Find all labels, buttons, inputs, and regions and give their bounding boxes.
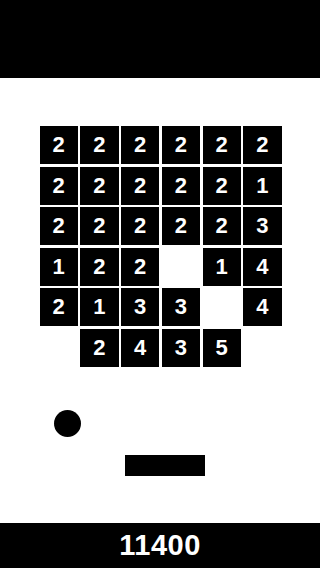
brick-cell: 2 xyxy=(80,207,118,245)
brick-cell: 2 xyxy=(121,167,159,205)
brick-cell: 2 xyxy=(40,207,78,245)
brick-cell: 3 xyxy=(162,288,200,326)
brick-cell: 4 xyxy=(243,288,281,326)
brick-cell: 2 xyxy=(40,288,78,326)
brick-cell: 4 xyxy=(243,248,281,286)
brick-cell: 2 xyxy=(80,248,118,286)
playfield[interactable]: 22222222222122222312214213342435 xyxy=(0,78,320,523)
brick-cell: 2 xyxy=(203,207,241,245)
empty-cell xyxy=(243,329,281,367)
brick-cell: 2 xyxy=(121,126,159,164)
brick-cell: 5 xyxy=(203,329,241,367)
brick-cell: 1 xyxy=(40,248,78,286)
game-screen: 22222222222122222312214213342435 11400 xyxy=(0,0,320,568)
brick-cell: 2 xyxy=(80,126,118,164)
brick-cell: 1 xyxy=(243,167,281,205)
score-text: 11400 xyxy=(119,529,201,562)
brick-cell: 1 xyxy=(80,288,118,326)
brick-cell: 3 xyxy=(162,329,200,367)
brick-cell: 2 xyxy=(203,126,241,164)
brick-cell: 2 xyxy=(40,167,78,205)
paddle[interactable] xyxy=(125,455,205,476)
brick-cell: 2 xyxy=(121,207,159,245)
brick-cell: 2 xyxy=(203,167,241,205)
brick-cell: 4 xyxy=(121,329,159,367)
brick-cell: 2 xyxy=(162,126,200,164)
brick-grid: 22222222222122222312214213342435 xyxy=(40,126,282,367)
ball xyxy=(54,410,81,437)
brick-cell: 2 xyxy=(162,207,200,245)
brick-cell: 1 xyxy=(203,248,241,286)
brick-cell: 3 xyxy=(243,207,281,245)
brick-cell: 2 xyxy=(243,126,281,164)
brick-cell: 2 xyxy=(40,126,78,164)
brick-cell: 2 xyxy=(162,167,200,205)
empty-cell xyxy=(203,288,241,326)
top-bar xyxy=(0,0,320,78)
brick-cell: 2 xyxy=(80,167,118,205)
brick-cell: 3 xyxy=(121,288,159,326)
empty-cell xyxy=(162,248,200,286)
empty-cell xyxy=(40,329,78,367)
brick-cell: 2 xyxy=(121,248,159,286)
brick-cell: 2 xyxy=(80,329,118,367)
score-bar: 11400 xyxy=(0,523,320,568)
